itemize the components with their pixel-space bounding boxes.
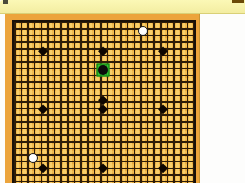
white-stone-O18 [138,26,148,36]
window-titlebar [0,0,245,14]
titlebar-right-control-fragment[interactable] [232,0,244,3]
white-stone-C5 [28,153,38,163]
black-stone-K14 [98,65,108,75]
titlebar-left-icon-fragment [3,0,8,4]
screenshot-root [0,0,245,183]
go-board-panel [5,14,200,183]
